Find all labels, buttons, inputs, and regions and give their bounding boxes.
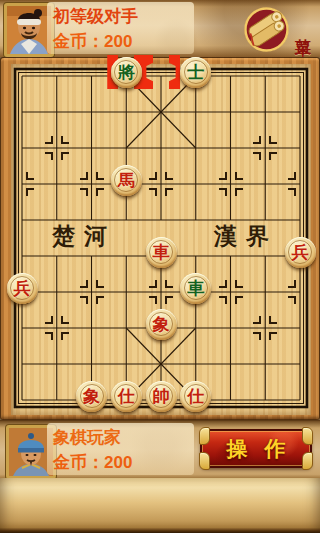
piece-glyph: 士 bbox=[187, 64, 204, 81]
button-corner-ornament bbox=[199, 427, 210, 445]
point-mark bbox=[26, 172, 34, 180]
point-mark bbox=[26, 188, 34, 196]
point-mark bbox=[235, 172, 243, 180]
piece-兵-red[interactable]: 兵 bbox=[285, 237, 316, 268]
point-mark bbox=[288, 172, 296, 180]
opponent-info-panel: 初等级对手 金币：200 bbox=[47, 2, 194, 54]
point-mark bbox=[235, 280, 243, 288]
menu-label[interactable]: 菜單 bbox=[293, 26, 313, 32]
opponent-coins: 金币：200 bbox=[53, 30, 194, 53]
point-mark bbox=[288, 188, 296, 196]
piece-仕-red[interactable]: 仕 bbox=[111, 381, 142, 412]
piece-兵-red[interactable]: 兵 bbox=[7, 273, 38, 304]
point-mark bbox=[96, 188, 104, 196]
point-mark bbox=[253, 332, 261, 340]
button-corner-ornament bbox=[199, 452, 210, 470]
piece-士-black[interactable]: 士 bbox=[180, 57, 211, 88]
button-corner-ornament bbox=[302, 452, 313, 470]
piece-仕-red[interactable]: 仕 bbox=[180, 381, 211, 412]
game-screen: 初等级对手 金币：200 菜單 楚河 漢界 bbox=[0, 0, 320, 533]
point-mark bbox=[269, 316, 277, 324]
river-label-left: 楚河 bbox=[52, 221, 116, 252]
point-mark bbox=[165, 172, 173, 180]
point-mark bbox=[80, 172, 88, 180]
point-mark bbox=[235, 188, 243, 196]
piece-將-black[interactable]: 將 bbox=[111, 57, 142, 88]
player-coins: 金币：200 bbox=[53, 451, 194, 474]
point-mark bbox=[80, 296, 88, 304]
piece-glyph: 車 bbox=[153, 244, 170, 261]
point-mark bbox=[269, 136, 277, 144]
point-mark bbox=[96, 172, 104, 180]
piece-車-black[interactable]: 車 bbox=[180, 273, 211, 304]
point-mark bbox=[165, 188, 173, 196]
piece-馬-red[interactable]: 馬 bbox=[111, 165, 142, 196]
point-mark bbox=[165, 280, 173, 288]
piece-glyph: 象 bbox=[83, 388, 100, 405]
point-mark bbox=[269, 332, 277, 340]
point-mark bbox=[96, 280, 104, 288]
piece-glyph: 帥 bbox=[153, 388, 170, 405]
piece-glyph: 仕 bbox=[187, 388, 204, 405]
point-mark bbox=[61, 152, 69, 160]
point-mark bbox=[149, 172, 157, 180]
player-bar: 象棋玩家 金币：200 操作 bbox=[0, 420, 320, 479]
piece-glyph: 將 bbox=[118, 64, 135, 81]
point-mark bbox=[45, 136, 53, 144]
button-corner-ornament bbox=[302, 427, 313, 445]
opponent-avatar-image bbox=[7, 6, 51, 54]
point-mark bbox=[219, 296, 227, 304]
piece-glyph: 兵 bbox=[292, 244, 309, 261]
player-name: 象棋玩家 bbox=[53, 426, 194, 449]
action-button-label: 操作 bbox=[210, 435, 303, 463]
opponent-name: 初等级对手 bbox=[53, 5, 194, 28]
point-mark bbox=[61, 316, 69, 324]
point-mark bbox=[149, 296, 157, 304]
point-mark bbox=[165, 296, 173, 304]
point-mark bbox=[253, 136, 261, 144]
point-mark bbox=[219, 280, 227, 288]
player-info-panel: 象棋玩家 金币：200 bbox=[47, 423, 194, 475]
point-mark bbox=[253, 316, 261, 324]
river-label-right: 漢界 bbox=[214, 221, 278, 252]
point-mark bbox=[45, 332, 53, 340]
piece-帥-red[interactable]: 帥 bbox=[146, 381, 177, 412]
piece-象-red[interactable]: 象 bbox=[76, 381, 107, 412]
point-mark bbox=[219, 188, 227, 196]
point-mark bbox=[80, 188, 88, 196]
piece-象-red[interactable]: 象 bbox=[146, 309, 177, 340]
point-mark bbox=[288, 280, 296, 288]
point-mark bbox=[253, 152, 261, 160]
piece-glyph: 仕 bbox=[118, 388, 135, 405]
opponent-bar: 初等级对手 金币：200 菜單 bbox=[0, 0, 320, 57]
point-mark bbox=[269, 152, 277, 160]
point-mark bbox=[149, 188, 157, 196]
scroll-menu-icon[interactable] bbox=[243, 6, 290, 53]
point-mark bbox=[61, 332, 69, 340]
last-move-marker bbox=[142, 55, 180, 89]
menu-button[interactable]: 菜單 bbox=[243, 3, 319, 55]
point-mark bbox=[45, 316, 53, 324]
point-mark bbox=[235, 296, 243, 304]
piece-glyph: 車 bbox=[187, 280, 204, 297]
action-button[interactable]: 操作 bbox=[200, 429, 312, 468]
point-mark bbox=[219, 172, 227, 180]
point-mark bbox=[61, 136, 69, 144]
point-mark bbox=[149, 280, 157, 288]
piece-glyph: 馬 bbox=[118, 172, 135, 189]
point-mark bbox=[288, 296, 296, 304]
piece-車-red[interactable]: 車 bbox=[146, 237, 177, 268]
footer-area bbox=[0, 478, 320, 533]
piece-glyph: 兵 bbox=[14, 280, 31, 297]
piece-glyph: 象 bbox=[153, 316, 170, 333]
point-mark bbox=[45, 152, 53, 160]
point-mark bbox=[96, 296, 104, 304]
point-mark bbox=[80, 280, 88, 288]
